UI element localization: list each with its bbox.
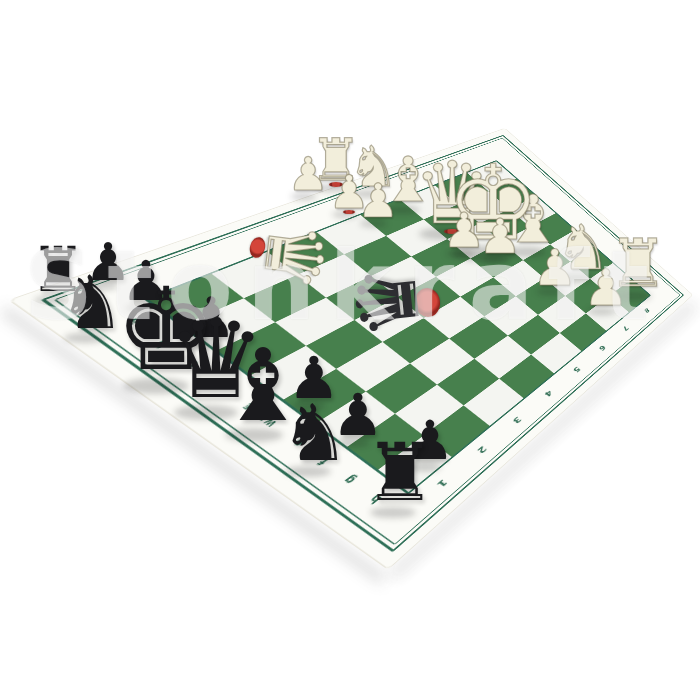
file-label: h (367, 491, 386, 506)
watermark: Stonkraft (24, 230, 663, 342)
rank-label: 2 (475, 444, 489, 455)
file-label: d (209, 378, 233, 392)
board: abcdWHITEefgh 12345678 (8, 128, 693, 570)
rank-label: 3 (511, 415, 524, 425)
rank-label: 5 (572, 365, 583, 374)
file-label: g (340, 472, 360, 487)
file-label: f (315, 455, 334, 468)
file-label: c (180, 358, 204, 371)
rank-label: 4 (543, 388, 555, 398)
rank-label: 1 (435, 477, 450, 489)
file-label: e (288, 435, 309, 449)
scene: abcdWHITEefgh 12345678 ♜♞♟♝♟♟♛♝♚♟♛♟♞♟♟♜♜… (0, 0, 700, 700)
rank-label: 6 (598, 344, 608, 352)
white-side-label: WHITE (240, 400, 281, 428)
